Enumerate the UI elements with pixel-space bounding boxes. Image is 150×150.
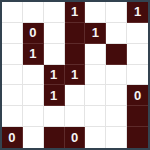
cell[interactable] [2,106,23,127]
cell[interactable] [85,85,106,106]
cell[interactable] [106,23,127,44]
cell[interactable] [23,2,44,23]
puzzle-board: 11011111000 [0,0,150,150]
cell[interactable] [127,23,148,44]
cell[interactable] [65,23,86,44]
cell[interactable] [85,2,106,23]
cell[interactable] [2,85,23,106]
cell[interactable] [127,106,148,127]
cell[interactable] [44,23,65,44]
cell[interactable] [106,106,127,127]
cell[interactable] [106,127,127,148]
cell[interactable] [2,65,23,86]
cell[interactable]: 0 [65,127,86,148]
cell[interactable] [127,44,148,65]
cell[interactable] [65,106,86,127]
cell[interactable]: 1 [44,85,65,106]
cell[interactable] [2,44,23,65]
cell[interactable] [106,65,127,86]
cell[interactable] [65,44,86,65]
cell[interactable] [85,127,106,148]
cell[interactable]: 1 [23,44,44,65]
cell[interactable] [85,106,106,127]
cell[interactable] [44,44,65,65]
cell[interactable] [44,106,65,127]
cell[interactable] [2,2,23,23]
cell[interactable] [23,127,44,148]
cell[interactable] [106,2,127,23]
cell[interactable]: 0 [23,23,44,44]
cell[interactable] [23,65,44,86]
cell[interactable]: 1 [85,23,106,44]
cell[interactable] [85,44,106,65]
cell[interactable] [85,65,106,86]
cell[interactable] [23,106,44,127]
cell[interactable]: 1 [127,2,148,23]
cell[interactable]: 0 [2,127,23,148]
cell[interactable]: 1 [44,65,65,86]
cell[interactable]: 0 [127,85,148,106]
cell[interactable] [65,85,86,106]
cell[interactable] [127,65,148,86]
cell[interactable] [106,85,127,106]
cell[interactable] [106,44,127,65]
cell[interactable] [23,85,44,106]
cell[interactable] [44,127,65,148]
cell[interactable] [44,2,65,23]
cell[interactable]: 1 [65,2,86,23]
cell[interactable]: 1 [65,65,86,86]
cell[interactable] [2,23,23,44]
cell[interactable] [127,127,148,148]
